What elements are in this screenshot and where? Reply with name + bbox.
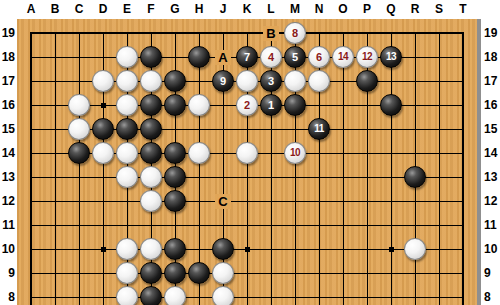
row-label-right-12: 12 (484, 193, 500, 209)
stone-white-K14[interactable] (236, 142, 258, 164)
row-label-left-8: 8 (1, 289, 15, 305)
row-label-left-12: 12 (1, 193, 15, 209)
stone-black-K18[interactable]: 7 (236, 46, 258, 68)
board-letter-label-B: B (263, 26, 279, 41)
stone-white-E13[interactable] (116, 166, 138, 188)
move-number-11: 11 (314, 118, 324, 140)
stone-black-G9[interactable] (164, 262, 186, 284)
stone-white-F10[interactable] (140, 238, 162, 260)
move-number-5: 5 (292, 46, 298, 68)
row-label-right-13: 13 (484, 169, 500, 185)
move-number-14: 14 (338, 46, 348, 68)
row-label-left-17: 17 (1, 73, 15, 89)
column-label-P: P (355, 1, 379, 17)
column-label-C: C (67, 1, 91, 17)
board-edge-shadow (477, 19, 481, 305)
column-label-R: R (403, 1, 427, 17)
move-number-13: 13 (386, 46, 396, 68)
stone-black-L16[interactable]: 1 (260, 94, 282, 116)
move-number-12: 12 (362, 46, 372, 68)
row-label-right-10: 10 (484, 241, 500, 257)
column-label-L: L (259, 1, 283, 17)
stone-black-G16[interactable] (164, 94, 186, 116)
stone-white-P18[interactable]: 12 (356, 46, 378, 68)
grid-line-vertical-S (439, 32, 440, 305)
stone-white-E9[interactable] (116, 262, 138, 284)
stone-white-J8[interactable] (212, 286, 234, 305)
row-label-left-18: 18 (1, 49, 15, 65)
column-label-M: M (283, 1, 307, 17)
stone-black-E15[interactable] (116, 118, 138, 140)
move-number-4: 4 (268, 46, 274, 68)
stone-white-H16[interactable] (188, 94, 210, 116)
stone-white-F13[interactable] (140, 166, 162, 188)
move-number-3: 3 (268, 70, 274, 92)
row-label-right-17: 17 (484, 73, 500, 89)
stone-white-C15[interactable] (68, 118, 90, 140)
stone-white-O18[interactable]: 14 (332, 46, 354, 68)
move-number-8: 8 (292, 22, 298, 44)
column-label-B: B (43, 1, 67, 17)
stone-white-E18[interactable] (116, 46, 138, 68)
stone-black-H18[interactable] (188, 46, 210, 68)
row-label-left-19: 19 (1, 25, 15, 41)
stone-black-F8[interactable] (140, 286, 162, 305)
stone-black-N15[interactable]: 11 (308, 118, 330, 140)
stone-white-E10[interactable] (116, 238, 138, 260)
row-label-left-16: 16 (1, 97, 15, 113)
row-label-left-13: 13 (1, 169, 15, 185)
stone-black-F14[interactable] (140, 142, 162, 164)
column-label-N: N (307, 1, 331, 17)
stone-white-F12[interactable] (140, 190, 162, 212)
stone-black-G17[interactable] (164, 70, 186, 92)
stone-black-G12[interactable] (164, 190, 186, 212)
stone-black-F15[interactable] (140, 118, 162, 140)
grid-line-horizontal-19 (30, 32, 464, 34)
grid-line-vertical-Q (391, 32, 392, 305)
stone-white-J9[interactable] (212, 262, 234, 284)
row-label-right-14: 14 (484, 145, 500, 161)
column-label-E: E (115, 1, 139, 17)
grid-line-vertical-B (55, 32, 56, 305)
hoshi-point-D16 (101, 103, 106, 108)
stone-white-D17[interactable] (92, 70, 114, 92)
hoshi-point-D10 (101, 247, 106, 252)
stone-black-J10[interactable] (212, 238, 234, 260)
row-label-left-15: 15 (1, 121, 15, 137)
move-number-9: 9 (220, 70, 226, 92)
go-diagram: ABCDEFGHJKLMNOPQRST191918181717161615151… (0, 0, 500, 305)
column-label-Q: Q (379, 1, 403, 17)
stone-black-J17[interactable]: 9 (212, 70, 234, 92)
hoshi-point-K10 (245, 247, 250, 252)
stone-black-M18[interactable]: 5 (284, 46, 306, 68)
stone-black-D15[interactable] (92, 118, 114, 140)
row-label-left-9: 9 (1, 265, 15, 281)
stone-black-M16[interactable] (284, 94, 306, 116)
stone-black-H9[interactable] (188, 262, 210, 284)
move-number-2: 2 (244, 94, 250, 116)
stone-black-L17[interactable]: 3 (260, 70, 282, 92)
stone-white-N18[interactable]: 6 (308, 46, 330, 68)
move-number-6: 6 (316, 46, 322, 68)
grid-line-horizontal-9 (30, 273, 464, 274)
grid-line-horizontal-11 (30, 225, 464, 226)
stone-white-N17[interactable] (308, 70, 330, 92)
column-label-D: D (91, 1, 115, 17)
board-letter-label-A: A (215, 50, 231, 65)
row-label-right-8: 8 (484, 289, 500, 305)
stone-white-G8[interactable] (164, 286, 186, 305)
move-number-7: 7 (244, 46, 250, 68)
stone-white-E8[interactable] (116, 286, 138, 305)
grid-line-vertical-C (79, 32, 80, 305)
stone-white-H14[interactable] (188, 142, 210, 164)
stone-white-K17[interactable] (236, 70, 258, 92)
hoshi-point-Q10 (389, 247, 394, 252)
stone-white-M14[interactable]: 10 (284, 142, 306, 164)
row-label-right-9: 9 (484, 265, 500, 281)
move-number-1: 1 (268, 94, 274, 116)
column-label-S: S (427, 1, 451, 17)
stone-black-Q18[interactable]: 13 (380, 46, 402, 68)
stone-black-G13[interactable] (164, 166, 186, 188)
stone-white-C16[interactable] (68, 94, 90, 116)
row-label-left-14: 14 (1, 145, 15, 161)
stone-white-E14[interactable] (116, 142, 138, 164)
grid-line-horizontal-8 (30, 297, 464, 298)
grid-line-horizontal-13 (30, 177, 464, 178)
stone-black-R13[interactable] (404, 166, 426, 188)
stone-white-R10[interactable] (404, 238, 426, 260)
stone-white-M17[interactable] (284, 70, 306, 92)
row-label-right-18: 18 (484, 49, 500, 65)
row-label-right-16: 16 (484, 97, 500, 113)
stone-white-F17[interactable] (140, 70, 162, 92)
grid-line-vertical-A (30, 32, 32, 305)
column-label-H: H (187, 1, 211, 17)
stone-black-F16[interactable] (140, 94, 162, 116)
row-label-right-11: 11 (484, 217, 500, 233)
grid-line-horizontal-12 (30, 201, 464, 202)
stone-black-F9[interactable] (140, 262, 162, 284)
stone-white-K16[interactable]: 2 (236, 94, 258, 116)
column-label-O: O (331, 1, 355, 17)
column-label-K: K (235, 1, 259, 17)
move-number-10: 10 (290, 142, 300, 164)
column-label-F: F (139, 1, 163, 17)
board-letter-label-C: C (215, 194, 231, 209)
row-label-left-11: 11 (1, 217, 15, 233)
stone-white-L18[interactable]: 4 (260, 46, 282, 68)
stone-black-P17[interactable] (356, 70, 378, 92)
grid-line-vertical-O (343, 32, 344, 305)
stone-black-Q16[interactable] (380, 94, 402, 116)
stone-white-E16[interactable] (116, 94, 138, 116)
stone-black-G14[interactable] (164, 142, 186, 164)
stone-white-E17[interactable] (116, 70, 138, 92)
row-label-right-19: 19 (484, 25, 500, 41)
row-label-right-15: 15 (484, 121, 500, 137)
stone-black-F18[interactable] (140, 46, 162, 68)
row-label-left-10: 10 (1, 241, 15, 257)
column-label-J: J (211, 1, 235, 17)
column-label-A: A (19, 1, 43, 17)
stone-white-D14[interactable] (92, 142, 114, 164)
column-label-T: T (451, 1, 475, 17)
column-label-G: G (163, 1, 187, 17)
stone-white-M19[interactable]: 8 (284, 22, 306, 44)
grid-line-vertical-T (462, 32, 464, 305)
stone-black-G10[interactable] (164, 238, 186, 260)
stone-black-C14[interactable] (68, 142, 90, 164)
